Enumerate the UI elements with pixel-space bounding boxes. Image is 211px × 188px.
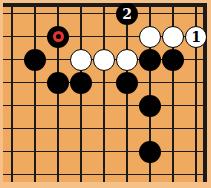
black-stone-move-2: 2 [116,3,138,25]
white-stone [93,49,115,71]
white-stone [116,49,138,71]
page-background: 21 [0,0,211,188]
grid-line-vertical [11,7,13,182]
grid-line-horizontal [3,151,203,153]
grid-line-horizontal [3,174,203,176]
black-stone [162,49,184,71]
move-number-label: 2 [122,7,132,21]
go-board: 21 [3,3,207,182]
white-stone-move-1: 1 [185,26,207,48]
black-stone [24,49,46,71]
black-stone [139,141,161,163]
black-stone [70,72,92,94]
black-stone [139,49,161,71]
grid-line-vertical [103,7,105,182]
grid-line-vertical [80,7,82,182]
grid-line-horizontal [3,82,203,84]
grid-line-vertical [34,7,36,182]
grid-line-vertical [126,7,128,182]
white-stone [162,26,184,48]
white-stone [70,49,92,71]
black-stone [139,95,161,117]
grid-line-horizontal [3,105,203,107]
black-stone [116,72,138,94]
move-number-label: 1 [191,30,201,44]
grid-line-horizontal [3,128,203,130]
black-stone [47,72,69,94]
grid-line-horizontal [3,13,203,15]
white-stone [139,26,161,48]
circle-marker-icon [53,31,64,42]
black-stone-marked [47,26,69,48]
